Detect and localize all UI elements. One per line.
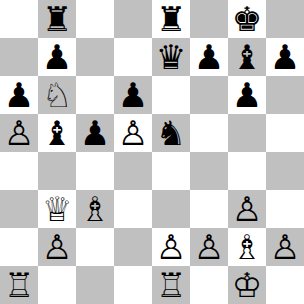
square-d4[interactable] bbox=[114, 152, 152, 190]
square-e8[interactable]: ♜ bbox=[152, 0, 190, 38]
square-h6[interactable] bbox=[266, 76, 304, 114]
square-h8[interactable] bbox=[266, 0, 304, 38]
piece-black-pawn: ♟ bbox=[42, 40, 72, 74]
square-e6[interactable] bbox=[152, 76, 190, 114]
piece-white-bishop: ♗ bbox=[232, 230, 262, 264]
square-a7[interactable] bbox=[0, 38, 38, 76]
piece-white-king: ♔ bbox=[232, 268, 262, 302]
piece-black-pawn: ♟ bbox=[194, 40, 224, 74]
square-e4[interactable] bbox=[152, 152, 190, 190]
square-f6[interactable] bbox=[190, 76, 228, 114]
piece-black-pawn: ♟ bbox=[80, 116, 110, 150]
square-e5[interactable]: ♞ bbox=[152, 114, 190, 152]
square-d1[interactable] bbox=[114, 266, 152, 304]
square-c6[interactable] bbox=[76, 76, 114, 114]
square-b6[interactable]: ♘ bbox=[38, 76, 76, 114]
square-g1[interactable]: ♔ bbox=[228, 266, 266, 304]
piece-black-bishop: ♝ bbox=[232, 40, 262, 74]
square-b1[interactable] bbox=[38, 266, 76, 304]
square-c5[interactable]: ♟ bbox=[76, 114, 114, 152]
square-h2[interactable]: ♙ bbox=[266, 228, 304, 266]
square-h4[interactable] bbox=[266, 152, 304, 190]
piece-black-pawn: ♟ bbox=[270, 40, 300, 74]
piece-white-pawn: ♙ bbox=[4, 116, 34, 150]
piece-white-rook: ♖ bbox=[4, 268, 34, 302]
square-e1[interactable]: ♖ bbox=[152, 266, 190, 304]
square-d6[interactable]: ♟ bbox=[114, 76, 152, 114]
square-c4[interactable] bbox=[76, 152, 114, 190]
square-e3[interactable] bbox=[152, 190, 190, 228]
square-g3[interactable]: ♙ bbox=[228, 190, 266, 228]
square-f3[interactable] bbox=[190, 190, 228, 228]
piece-white-pawn: ♙ bbox=[270, 230, 300, 264]
square-a5[interactable]: ♙ bbox=[0, 114, 38, 152]
square-f4[interactable] bbox=[190, 152, 228, 190]
square-c1[interactable] bbox=[76, 266, 114, 304]
square-g2[interactable]: ♗ bbox=[228, 228, 266, 266]
square-b4[interactable] bbox=[38, 152, 76, 190]
piece-white-knight: ♘ bbox=[42, 78, 72, 112]
square-f2[interactable]: ♙ bbox=[190, 228, 228, 266]
square-d5[interactable]: ♙ bbox=[114, 114, 152, 152]
square-c3[interactable]: ♗ bbox=[76, 190, 114, 228]
square-b5[interactable]: ♝ bbox=[38, 114, 76, 152]
square-b2[interactable]: ♙ bbox=[38, 228, 76, 266]
square-d8[interactable] bbox=[114, 0, 152, 38]
square-e7[interactable]: ♛ bbox=[152, 38, 190, 76]
square-h3[interactable] bbox=[266, 190, 304, 228]
square-h5[interactable] bbox=[266, 114, 304, 152]
piece-black-pawn: ♟ bbox=[4, 78, 34, 112]
square-h7[interactable]: ♟ bbox=[266, 38, 304, 76]
square-f1[interactable] bbox=[190, 266, 228, 304]
square-c8[interactable] bbox=[76, 0, 114, 38]
piece-white-bishop: ♗ bbox=[80, 192, 110, 226]
square-g6[interactable]: ♟ bbox=[228, 76, 266, 114]
square-d2[interactable] bbox=[114, 228, 152, 266]
piece-white-pawn: ♙ bbox=[42, 230, 72, 264]
square-a1[interactable]: ♖ bbox=[0, 266, 38, 304]
square-f7[interactable]: ♟ bbox=[190, 38, 228, 76]
square-b8[interactable]: ♜ bbox=[38, 0, 76, 38]
square-g4[interactable] bbox=[228, 152, 266, 190]
piece-white-queen: ♕ bbox=[42, 192, 72, 226]
square-f5[interactable] bbox=[190, 114, 228, 152]
square-g7[interactable]: ♝ bbox=[228, 38, 266, 76]
piece-white-pawn: ♙ bbox=[118, 116, 148, 150]
square-e2[interactable]: ♙ bbox=[152, 228, 190, 266]
square-a8[interactable] bbox=[0, 0, 38, 38]
square-c7[interactable] bbox=[76, 38, 114, 76]
square-a3[interactable] bbox=[0, 190, 38, 228]
square-g5[interactable] bbox=[228, 114, 266, 152]
piece-black-queen: ♛ bbox=[156, 40, 186, 74]
square-f8[interactable] bbox=[190, 0, 228, 38]
square-a6[interactable]: ♟ bbox=[0, 76, 38, 114]
piece-white-pawn: ♙ bbox=[156, 230, 186, 264]
square-a2[interactable] bbox=[0, 228, 38, 266]
square-h1[interactable] bbox=[266, 266, 304, 304]
square-a4[interactable] bbox=[0, 152, 38, 190]
square-b7[interactable]: ♟ bbox=[38, 38, 76, 76]
piece-black-rook: ♜ bbox=[42, 2, 72, 36]
square-c2[interactable] bbox=[76, 228, 114, 266]
square-d3[interactable] bbox=[114, 190, 152, 228]
piece-white-pawn: ♙ bbox=[232, 192, 262, 226]
piece-black-rook: ♜ bbox=[156, 2, 186, 36]
square-g8[interactable]: ♚ bbox=[228, 0, 266, 38]
chess-board: ♜♜♚♟♛♟♝♟♟♘♟♟♙♝♟♙♞♕♗♙♙♙♙♗♙♖♖♔ bbox=[0, 0, 304, 304]
piece-black-bishop: ♝ bbox=[42, 116, 72, 150]
piece-black-knight: ♞ bbox=[156, 116, 186, 150]
square-b3[interactable]: ♕ bbox=[38, 190, 76, 228]
piece-white-pawn: ♙ bbox=[194, 230, 224, 264]
piece-white-rook: ♖ bbox=[156, 268, 186, 302]
piece-black-pawn: ♟ bbox=[118, 78, 148, 112]
square-d7[interactable] bbox=[114, 38, 152, 76]
piece-black-king: ♚ bbox=[232, 2, 262, 36]
piece-black-pawn: ♟ bbox=[232, 78, 262, 112]
